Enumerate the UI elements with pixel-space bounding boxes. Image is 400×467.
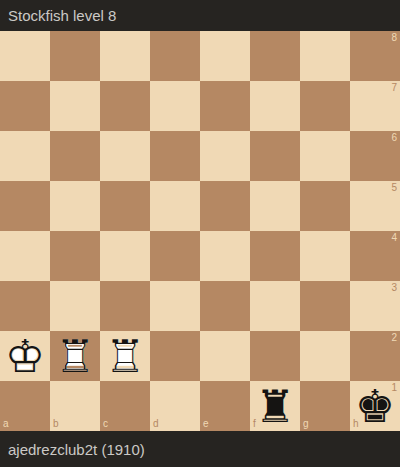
square-e5[interactable]	[200, 181, 250, 231]
square-g5[interactable]	[300, 181, 350, 231]
square-e6[interactable]	[200, 131, 250, 181]
file-label-g: g	[303, 419, 309, 429]
square-d1[interactable]: d	[150, 381, 200, 431]
white-king-piece[interactable]: ♚	[0, 331, 50, 381]
player-name: ajedrezclub2t (1910)	[8, 442, 145, 457]
square-e8[interactable]	[200, 31, 250, 81]
square-g2[interactable]	[300, 331, 350, 381]
black-rook-piece[interactable]: ♜	[250, 381, 300, 431]
black-king-piece[interactable]: ♚	[350, 381, 400, 431]
square-g6[interactable]	[300, 131, 350, 181]
opponent-name: Stockfish level 8	[8, 8, 116, 23]
chess-board: 876543♚♔♜♖♜♖2abcdef♜gh1♚	[0, 31, 400, 431]
white-rook-piece[interactable]: ♜	[100, 331, 150, 381]
square-b1[interactable]: b	[50, 381, 100, 431]
chess-app: Stockfish level 8 876543♚♔♜♖♜♖2abcdef♜gh…	[0, 0, 400, 467]
square-h6[interactable]: 6	[350, 131, 400, 181]
rank-label-4: 4	[391, 233, 397, 243]
square-g1[interactable]: g	[300, 381, 350, 431]
square-f2[interactable]	[250, 331, 300, 381]
file-label-c: c	[103, 419, 108, 429]
file-label-a: a	[3, 419, 9, 429]
square-a3[interactable]	[0, 281, 50, 331]
square-g4[interactable]	[300, 231, 350, 281]
square-h2[interactable]: 2	[350, 331, 400, 381]
square-d7[interactable]	[150, 81, 200, 131]
square-b3[interactable]	[50, 281, 100, 331]
player-bar: ajedrezclub2t (1910)	[0, 431, 400, 467]
square-a7[interactable]	[0, 81, 50, 131]
square-c7[interactable]	[100, 81, 150, 131]
square-e4[interactable]	[200, 231, 250, 281]
square-f3[interactable]	[250, 281, 300, 331]
square-b8[interactable]	[50, 31, 100, 81]
square-c6[interactable]	[100, 131, 150, 181]
square-d5[interactable]	[150, 181, 200, 231]
rank-label-3: 3	[391, 283, 397, 293]
square-h5[interactable]: 5	[350, 181, 400, 231]
square-a4[interactable]	[0, 231, 50, 281]
square-h8[interactable]: 8	[350, 31, 400, 81]
square-a6[interactable]	[0, 131, 50, 181]
rank-label-5: 5	[391, 183, 397, 193]
square-d6[interactable]	[150, 131, 200, 181]
square-d2[interactable]	[150, 331, 200, 381]
square-h1[interactable]: h1♚	[350, 381, 400, 431]
square-b6[interactable]	[50, 131, 100, 181]
rank-label-6: 6	[391, 133, 397, 143]
opponent-bar: Stockfish level 8	[0, 0, 400, 31]
rank-label-2: 2	[391, 333, 397, 343]
square-g3[interactable]	[300, 281, 350, 331]
square-a2[interactable]: ♚♔	[0, 331, 50, 381]
square-f5[interactable]	[250, 181, 300, 231]
square-g8[interactable]	[300, 31, 350, 81]
square-e7[interactable]	[200, 81, 250, 131]
rank-label-8: 8	[391, 33, 397, 43]
square-a8[interactable]	[0, 31, 50, 81]
file-label-e: e	[203, 419, 209, 429]
square-c5[interactable]	[100, 181, 150, 231]
rank-label-7: 7	[391, 83, 397, 93]
square-a1[interactable]: a	[0, 381, 50, 431]
square-h3[interactable]: 3	[350, 281, 400, 331]
square-b4[interactable]	[50, 231, 100, 281]
square-f4[interactable]	[250, 231, 300, 281]
file-label-d: d	[153, 419, 159, 429]
square-b2[interactable]: ♜♖	[50, 331, 100, 381]
square-g7[interactable]	[300, 81, 350, 131]
file-label-b: b	[53, 419, 59, 429]
square-c3[interactable]	[100, 281, 150, 331]
square-e3[interactable]	[200, 281, 250, 331]
square-d4[interactable]	[150, 231, 200, 281]
square-c1[interactable]: c	[100, 381, 150, 431]
square-c8[interactable]	[100, 31, 150, 81]
square-d8[interactable]	[150, 31, 200, 81]
square-b7[interactable]	[50, 81, 100, 131]
square-f1[interactable]: f♜	[250, 381, 300, 431]
square-h7[interactable]: 7	[350, 81, 400, 131]
square-f7[interactable]	[250, 81, 300, 131]
square-a5[interactable]	[0, 181, 50, 231]
square-f6[interactable]	[250, 131, 300, 181]
square-b5[interactable]	[50, 181, 100, 231]
square-e2[interactable]	[200, 331, 250, 381]
square-f8[interactable]	[250, 31, 300, 81]
square-d3[interactable]	[150, 281, 200, 331]
white-rook-piece[interactable]: ♜	[50, 331, 100, 381]
square-h4[interactable]: 4	[350, 231, 400, 281]
square-e1[interactable]: e	[200, 381, 250, 431]
square-c4[interactable]	[100, 231, 150, 281]
square-c2[interactable]: ♜♖	[100, 331, 150, 381]
